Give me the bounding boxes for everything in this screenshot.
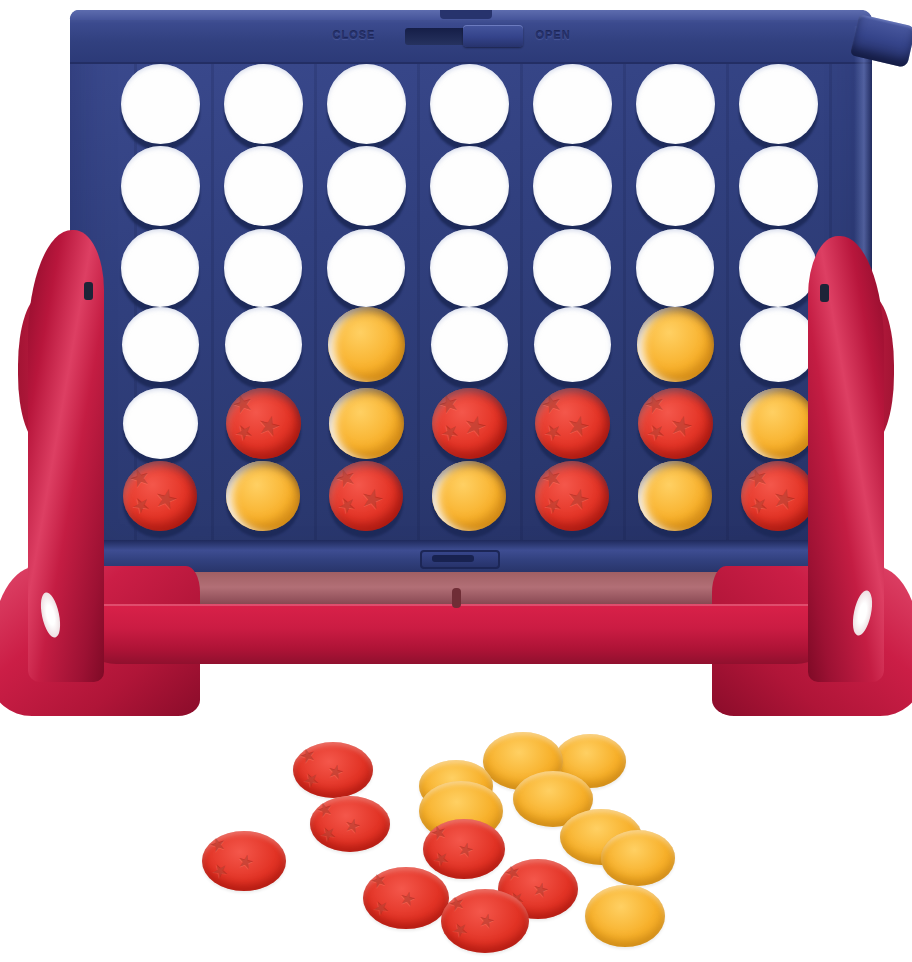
embossed-star: ★	[640, 388, 669, 421]
empty-hole	[534, 307, 611, 382]
embossed-star: ★	[331, 461, 360, 494]
cell-r1c4-empty	[430, 64, 509, 144]
cell-r5c6-red: ★★★	[638, 388, 713, 459]
cell-r5c7-yellow	[741, 388, 816, 459]
empty-hole	[533, 64, 612, 144]
embossed-star: ★	[253, 408, 284, 445]
cell-r6c3-red: ★★★	[329, 461, 403, 531]
red-disc: ★★★	[535, 388, 610, 459]
red-disc: ★★★	[741, 461, 815, 531]
cell-r4c4-empty	[431, 307, 508, 382]
yellow-disc	[226, 461, 300, 531]
yellow-disc	[328, 307, 405, 382]
yellow-disc	[329, 388, 404, 459]
empty-hole	[327, 229, 405, 307]
embossed-star: ★	[538, 490, 568, 520]
embossed-star: ★	[297, 765, 325, 793]
cell-r3c1-empty	[121, 229, 199, 307]
empty-hole	[225, 307, 302, 382]
loose-red-disc-11: ★★★	[423, 819, 505, 879]
cell-r2c1-empty	[121, 146, 200, 226]
embossed-star: ★	[641, 417, 671, 447]
embossed-star: ★	[434, 388, 463, 421]
embossed-star: ★	[332, 490, 362, 520]
empty-hole	[430, 229, 508, 307]
cell-r4c1-empty	[122, 307, 199, 382]
empty-hole	[430, 64, 509, 144]
embossed-star: ★	[313, 796, 336, 823]
board-bottom-tab-slot	[432, 555, 474, 562]
close-label: CLOSE	[318, 27, 390, 43]
pivot-screw-left	[84, 282, 93, 300]
red-disc: ★★★	[123, 461, 197, 531]
cell-r4c7-empty	[740, 307, 817, 382]
empty-hole	[123, 388, 198, 459]
loose-red-disc-8: ★★★	[202, 831, 286, 891]
loose-red-disc-15: ★★★	[441, 889, 529, 953]
slider-handle	[463, 25, 523, 47]
yellow-disc	[432, 461, 506, 531]
empty-hole	[739, 146, 818, 226]
embossed-star: ★	[537, 461, 566, 494]
embossed-star: ★	[125, 461, 154, 494]
cell-r5c2-red: ★★★	[226, 388, 301, 459]
embossed-star: ★	[435, 417, 465, 447]
red-disc: ★★★	[432, 388, 507, 459]
embossed-star: ★	[397, 885, 419, 911]
cell-r6c5-red: ★★★	[535, 461, 609, 531]
embossed-star: ★	[151, 481, 182, 518]
loose-red-disc-3: ★★★	[293, 742, 373, 798]
yellow-disc	[741, 388, 816, 459]
empty-hole	[739, 229, 817, 307]
embossed-star: ★	[743, 461, 772, 494]
embossed-star: ★	[368, 893, 396, 921]
empty-hole	[327, 146, 406, 226]
open-label: OPEN	[520, 27, 586, 43]
empty-hole	[121, 229, 199, 307]
embossed-star: ★	[459, 408, 490, 445]
cell-r2c4-empty	[430, 146, 509, 226]
embossed-star: ★	[126, 490, 156, 520]
empty-hole	[327, 64, 406, 144]
empty-hole	[636, 229, 714, 307]
empty-hole	[430, 146, 509, 226]
embossed-star: ★	[744, 490, 774, 520]
embossed-star: ★	[665, 408, 696, 445]
cell-r1c1-empty	[121, 64, 200, 144]
cell-r1c5-empty	[533, 64, 612, 144]
empty-hole	[224, 64, 303, 144]
empty-hole	[224, 146, 303, 226]
red-disc: ★★★	[535, 461, 609, 531]
yellow-disc	[637, 307, 714, 382]
stand-center-notch	[452, 588, 461, 608]
embossed-star: ★	[296, 742, 319, 769]
empty-hole	[121, 146, 200, 226]
board-top-notch	[440, 10, 492, 19]
cell-r2c7-empty	[739, 146, 818, 226]
empty-hole	[636, 146, 715, 226]
embossed-star: ★	[228, 388, 257, 421]
embossed-star: ★	[455, 836, 477, 862]
empty-hole	[431, 307, 508, 382]
loose-yellow-disc-12	[585, 885, 665, 947]
empty-hole	[121, 64, 200, 144]
stand-right-pillar	[808, 236, 884, 682]
empty-hole	[533, 146, 612, 226]
cell-r1c3-empty	[327, 64, 406, 144]
embossed-star: ★	[529, 876, 551, 902]
cell-r5c5-red: ★★★	[535, 388, 610, 459]
red-disc: ★★★	[226, 388, 301, 459]
embossed-star: ★	[538, 417, 568, 447]
stand-front-apron	[86, 604, 826, 664]
pivot-screw-right	[820, 284, 829, 302]
cell-r6c4-yellow	[432, 461, 506, 531]
cell-r4c6-yellow	[637, 307, 714, 382]
cell-r3c5-empty	[533, 229, 611, 307]
yellow-disc	[638, 461, 712, 531]
empty-hole	[636, 64, 715, 144]
empty-hole	[122, 307, 199, 382]
embossed-star: ★	[207, 856, 235, 884]
cell-r1c7-empty	[739, 64, 818, 144]
embossed-star: ★	[501, 859, 524, 886]
loose-yellow-disc-10	[601, 830, 675, 886]
cell-r5c1-empty	[123, 388, 198, 459]
embossed-star: ★	[537, 388, 566, 421]
cell-r3c6-empty	[636, 229, 714, 307]
cell-r2c2-empty	[224, 146, 303, 226]
cell-r3c3-empty	[327, 229, 405, 307]
empty-hole	[739, 64, 818, 144]
embossed-star: ★	[475, 908, 497, 934]
cell-r6c1-red: ★★★	[123, 461, 197, 531]
embossed-star: ★	[206, 831, 229, 858]
cell-r6c6-yellow	[638, 461, 712, 531]
cell-r3c2-empty	[224, 229, 302, 307]
cell-r6c7-red: ★★★	[741, 461, 815, 531]
embossed-star: ★	[341, 812, 363, 838]
empty-hole	[224, 229, 302, 307]
embossed-star: ★	[229, 417, 259, 447]
embossed-star: ★	[367, 867, 390, 894]
embossed-star: ★	[427, 844, 455, 872]
cell-r3c7-empty	[739, 229, 817, 307]
cell-r3c4-empty	[430, 229, 508, 307]
embossed-star: ★	[235, 848, 257, 874]
cell-r2c3-empty	[327, 146, 406, 226]
embossed-star: ★	[562, 408, 593, 445]
empty-hole	[533, 229, 611, 307]
red-disc: ★★★	[329, 461, 403, 531]
cell-r6c2-yellow	[226, 461, 300, 531]
embossed-star: ★	[446, 916, 474, 944]
cell-r4c3-yellow	[328, 307, 405, 382]
cell-r1c2-empty	[224, 64, 303, 144]
cell-r4c2-empty	[225, 307, 302, 382]
red-disc: ★★★	[638, 388, 713, 459]
connect-four-photo: CLOSE OPEN ★★★★★★★★★★★★★★★★★★★★★★★★ ★★★★…	[0, 0, 912, 962]
cell-r2c5-empty	[533, 146, 612, 226]
cell-r2c6-empty	[636, 146, 715, 226]
cell-r1c6-empty	[636, 64, 715, 144]
loose-red-disc-7: ★★★	[310, 796, 390, 852]
cell-r5c3-yellow	[329, 388, 404, 459]
loose-red-disc-14: ★★★	[363, 867, 449, 929]
embossed-star: ★	[769, 481, 800, 518]
embossed-star: ★	[324, 758, 346, 784]
embossed-star: ★	[357, 481, 388, 518]
embossed-star: ★	[314, 819, 342, 847]
cell-r4c5-empty	[534, 307, 611, 382]
cell-r5c4-red: ★★★	[432, 388, 507, 459]
embossed-star: ★	[563, 481, 594, 518]
empty-hole	[740, 307, 817, 382]
